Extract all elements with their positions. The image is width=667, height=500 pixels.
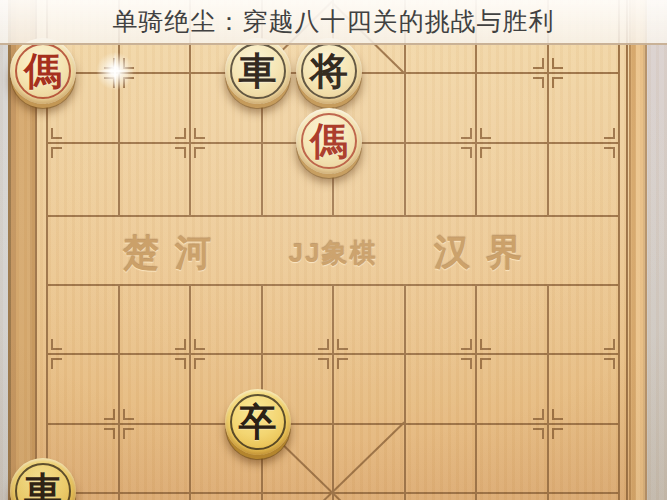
point-marker [194, 128, 205, 139]
point-marker [461, 147, 472, 158]
point-marker [51, 358, 62, 369]
point-marker [104, 409, 115, 420]
grid-line-vertical [332, 285, 334, 500]
point-marker [480, 128, 491, 139]
point-marker [552, 409, 563, 420]
point-marker [604, 147, 615, 158]
point-marker [123, 409, 134, 420]
point-marker [175, 358, 186, 369]
point-marker [123, 428, 134, 439]
point-marker [533, 409, 544, 420]
piece-black-general-e3[interactable]: 将 [296, 38, 362, 104]
piece-red-horse-e4[interactable]: 傌 [296, 108, 362, 174]
point-marker [480, 339, 491, 350]
point-marker [461, 339, 472, 350]
point-marker [318, 358, 329, 369]
point-marker [175, 339, 186, 350]
point-marker [337, 358, 348, 369]
board-frame-right [629, 0, 647, 500]
page-title: 单骑绝尘：穿越八十四关的挑战与胜利 [113, 5, 555, 38]
point-marker [194, 147, 205, 158]
piece-character: 車 [24, 472, 62, 500]
grid-line-horizontal [47, 423, 619, 425]
piece-black-chariot-d3[interactable]: 車 [225, 38, 291, 104]
grid-line-horizontal [47, 353, 619, 355]
point-marker [461, 358, 472, 369]
point-marker [533, 428, 544, 439]
grid-line-vertical [475, 285, 477, 500]
point-marker [461, 128, 472, 139]
piece-character: 卒 [239, 403, 277, 441]
point-marker [175, 128, 186, 139]
point-marker [51, 339, 62, 350]
point-marker [604, 339, 615, 350]
title-bar: 单骑绝尘：穿越八十四关的挑战与胜利 [0, 0, 667, 45]
grid-line-vertical [189, 285, 191, 500]
point-marker [604, 128, 615, 139]
grid-line-horizontal [47, 215, 619, 217]
point-marker [552, 77, 563, 88]
piece-character: 傌 [24, 52, 62, 90]
point-marker [533, 58, 544, 69]
point-marker [480, 358, 491, 369]
grid-line-vertical [404, 285, 406, 500]
point-marker [337, 339, 348, 350]
piece-black-soldier-d8[interactable]: 卒 [225, 389, 291, 455]
point-marker [533, 77, 544, 88]
grid-line-vertical [118, 285, 120, 500]
point-marker [51, 128, 62, 139]
grid-line-vertical [547, 285, 549, 500]
piece-character: 将 [310, 52, 348, 90]
point-marker [175, 147, 186, 158]
piece-character: 車 [239, 52, 277, 90]
point-marker [604, 358, 615, 369]
xiangqi-board-screen: 楚河 JJ象棋 汉界 傌車将傌卒車 单骑绝尘：穿越八十四关的挑战与胜利 [0, 0, 667, 500]
point-marker [104, 77, 115, 88]
background-strip-left [0, 0, 8, 500]
point-marker [552, 58, 563, 69]
grid-line-vertical [618, 0, 620, 500]
point-marker [318, 339, 329, 350]
point-marker [104, 58, 115, 69]
grid-line-horizontal [47, 284, 619, 286]
point-marker [552, 428, 563, 439]
point-marker [51, 147, 62, 158]
point-marker [123, 77, 134, 88]
point-marker [194, 339, 205, 350]
piece-character: 傌 [310, 122, 348, 160]
point-marker [194, 358, 205, 369]
grid-line-vertical [626, 0, 628, 500]
point-marker [123, 58, 134, 69]
background-strip-right [647, 0, 667, 500]
point-marker [480, 147, 491, 158]
piece-red-horse-a3[interactable]: 傌 [10, 38, 76, 104]
point-marker [104, 428, 115, 439]
